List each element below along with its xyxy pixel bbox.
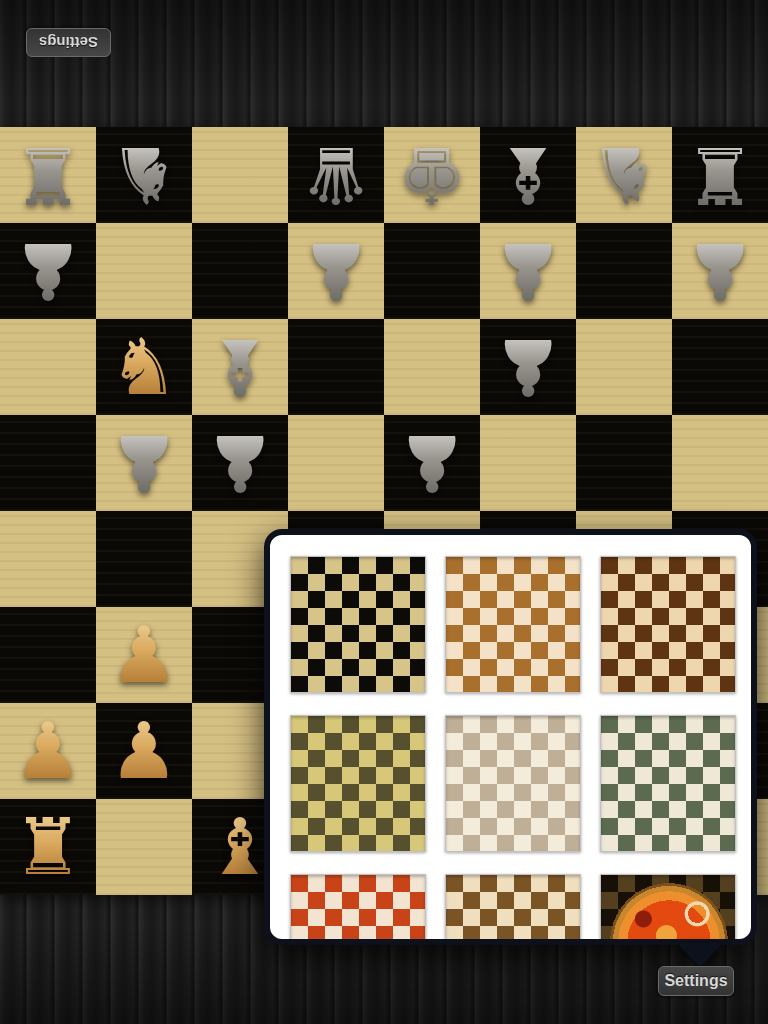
black-king-piece: ♚ [384, 127, 480, 223]
app-screen: Settings ♜♞♛♚♝♞♜♟♟♟♟♞♝♟♟♟♟♟♟♟♜♝ Settings [0, 0, 768, 1024]
square-a5[interactable] [0, 415, 96, 511]
theme-thumbnail-pizza[interactable] [600, 874, 736, 945]
square-e5[interactable]: ♟ [384, 415, 480, 511]
black-pawn-glyph: ♟ [397, 424, 467, 502]
white-knight-glyph: ♞ [109, 328, 179, 406]
theme-thumbnail-green-marble[interactable] [600, 715, 736, 852]
black-pawn-glyph: ♟ [685, 232, 755, 310]
black-pawn-piece: ♟ [384, 415, 480, 511]
black-knight-glyph: ♞ [589, 136, 659, 214]
square-b6[interactable]: ♞ [96, 319, 192, 415]
black-king-glyph: ♚ [397, 136, 467, 214]
square-f5[interactable] [480, 415, 576, 511]
square-b7[interactable] [96, 223, 192, 319]
square-b5[interactable]: ♟ [96, 415, 192, 511]
square-c5[interactable]: ♟ [192, 415, 288, 511]
square-e8[interactable]: ♚ [384, 127, 480, 223]
square-e6[interactable] [384, 319, 480, 415]
black-pawn-piece: ♟ [192, 415, 288, 511]
theme-thumbnail-red-ivory[interactable] [290, 874, 426, 945]
square-c7[interactable] [192, 223, 288, 319]
theme-thumbnail-oak-cream[interactable] [445, 556, 581, 693]
white-pawn-piece: ♟ [96, 703, 192, 799]
white-knight-piece: ♞ [96, 319, 192, 415]
square-h5[interactable] [672, 415, 768, 511]
square-b1[interactable] [96, 799, 192, 895]
black-queen-piece: ♛ [288, 127, 384, 223]
black-pawn-glyph: ♟ [493, 232, 563, 310]
square-b8[interactable]: ♞ [96, 127, 192, 223]
black-pawn-piece: ♟ [480, 319, 576, 415]
white-pawn-piece: ♟ [0, 703, 96, 799]
black-bishop-glyph: ♝ [205, 328, 275, 406]
black-knight-piece: ♞ [576, 127, 672, 223]
white-pawn-glyph: ♟ [109, 616, 179, 694]
theme-thumbnail-brown-cream[interactable] [445, 874, 581, 945]
white-rook-piece: ♜ [0, 799, 96, 895]
square-d8[interactable]: ♛ [288, 127, 384, 223]
square-a1[interactable]: ♜ [0, 799, 96, 895]
square-f6[interactable]: ♟ [480, 319, 576, 415]
square-h6[interactable] [672, 319, 768, 415]
square-d6[interactable] [288, 319, 384, 415]
square-h8[interactable]: ♜ [672, 127, 768, 223]
white-pawn-glyph: ♟ [109, 712, 179, 790]
black-bishop-piece: ♝ [480, 127, 576, 223]
square-c8[interactable] [192, 127, 288, 223]
popover-arrow [677, 943, 723, 968]
black-pawn-piece: ♟ [672, 223, 768, 319]
square-g6[interactable] [576, 319, 672, 415]
square-g7[interactable] [576, 223, 672, 319]
square-a8[interactable]: ♜ [0, 127, 96, 223]
black-bishop-glyph: ♝ [493, 136, 563, 214]
theme-thumbnail-brocade-gold[interactable] [290, 715, 426, 852]
settings-button-top[interactable]: Settings [26, 28, 111, 57]
square-d7[interactable]: ♟ [288, 223, 384, 319]
square-h7[interactable]: ♟ [672, 223, 768, 319]
black-pawn-glyph: ♟ [13, 232, 83, 310]
white-pawn-piece: ♟ [96, 607, 192, 703]
white-pawn-glyph: ♟ [13, 712, 83, 790]
black-pawn-piece: ♟ [480, 223, 576, 319]
black-pawn-glyph: ♟ [493, 328, 563, 406]
black-bishop-piece: ♝ [192, 319, 288, 415]
black-knight-piece: ♞ [96, 127, 192, 223]
square-b2[interactable]: ♟ [96, 703, 192, 799]
square-c6[interactable]: ♝ [192, 319, 288, 415]
square-e7[interactable] [384, 223, 480, 319]
theme-thumbnail-walnut-cream[interactable] [600, 556, 736, 693]
black-rook-piece: ♜ [0, 127, 96, 223]
square-b4[interactable] [96, 511, 192, 607]
square-g5[interactable] [576, 415, 672, 511]
black-rook-piece: ♜ [672, 127, 768, 223]
black-rook-glyph: ♜ [13, 136, 83, 214]
square-a6[interactable] [0, 319, 96, 415]
black-pawn-piece: ♟ [96, 415, 192, 511]
square-f7[interactable]: ♟ [480, 223, 576, 319]
black-pawn-piece: ♟ [288, 223, 384, 319]
settings-button-bottom[interactable]: Settings [658, 966, 734, 996]
theme-thumbnail-grid [290, 556, 751, 945]
square-f8[interactable]: ♝ [480, 127, 576, 223]
board-theme-popover [264, 529, 757, 945]
black-pawn-glyph: ♟ [205, 424, 275, 502]
black-pawn-glyph: ♟ [301, 232, 371, 310]
theme-thumbnail-greige-ivory[interactable] [445, 715, 581, 852]
theme-thumbnail-gold-black[interactable] [290, 556, 426, 693]
black-rook-glyph: ♜ [685, 136, 755, 214]
square-b3[interactable]: ♟ [96, 607, 192, 703]
black-queen-glyph: ♛ [301, 136, 371, 214]
square-d5[interactable] [288, 415, 384, 511]
black-pawn-glyph: ♟ [109, 424, 179, 502]
square-a3[interactable] [0, 607, 96, 703]
square-a7[interactable]: ♟ [0, 223, 96, 319]
white-rook-glyph: ♜ [13, 808, 83, 886]
square-a4[interactable] [0, 511, 96, 607]
square-a2[interactable]: ♟ [0, 703, 96, 799]
square-g8[interactable]: ♞ [576, 127, 672, 223]
black-pawn-piece: ♟ [0, 223, 96, 319]
black-knight-glyph: ♞ [109, 136, 179, 214]
